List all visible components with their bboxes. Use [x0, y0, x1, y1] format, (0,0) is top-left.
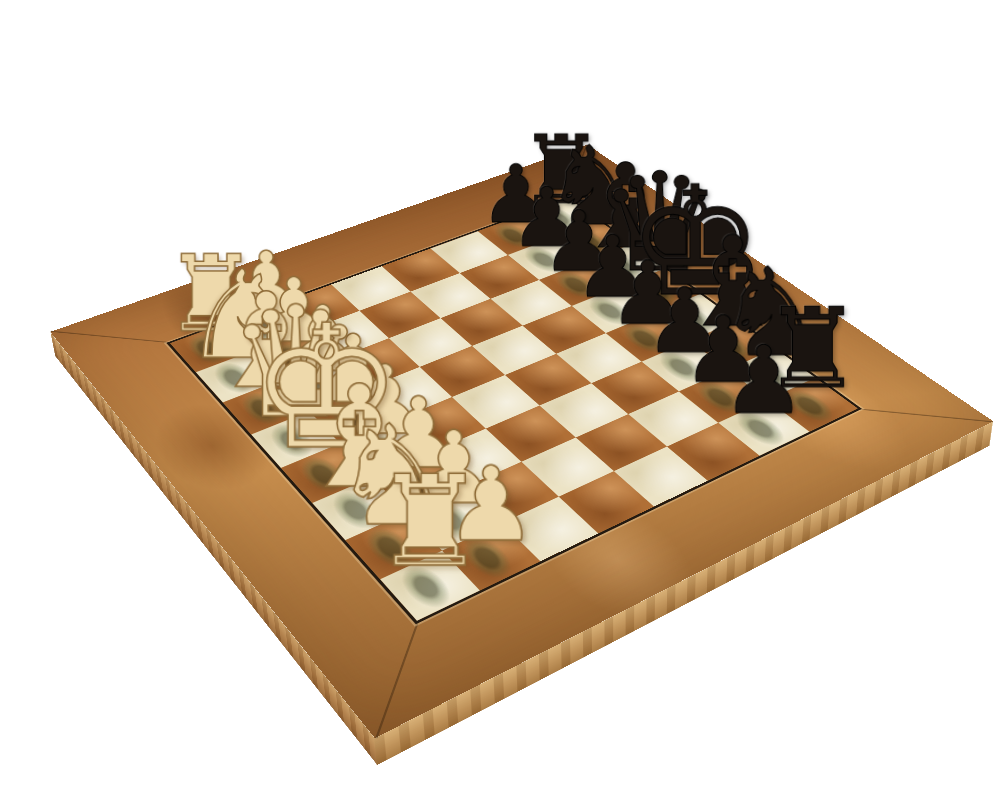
chess-set-photo: ♜♞♝♛♚♝♞♜♟♟♟♟♟♟♟♟♟♟♟♟♟♟♟♟♜♞♝♛♚♝♞♜ [0, 0, 1000, 800]
square-h1: ♜ [380, 551, 480, 621]
chess-board: ♜♞♝♛♚♝♞♜♟♟♟♟♟♟♟♟♟♟♟♟♟♟♟♟♜♞♝♛♚♝♞♜ [50, 145, 993, 738]
square-e5 [505, 354, 591, 406]
white-rook-glyph: ♜ [325, 459, 535, 585]
black-pawn-glyph: ♟ [670, 333, 857, 427]
frame-miter-seam [857, 408, 994, 422]
square-h7: ♟ [718, 400, 809, 456]
